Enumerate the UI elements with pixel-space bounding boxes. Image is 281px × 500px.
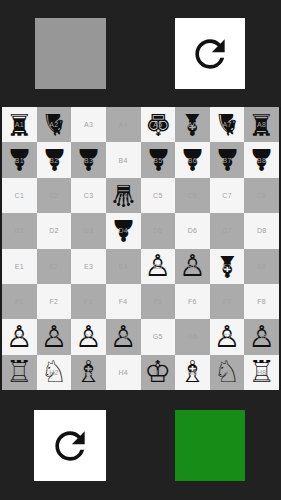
square-label: A3 <box>71 107 106 142</box>
rotate-board-button-top[interactable] <box>175 18 245 89</box>
app-screen: A1♜A2♞A3A4A5♚A6♝A7♞A8♜B1♟B2♟B3♟B4B5♟B6♟B… <box>0 0 281 500</box>
square-d4[interactable]: D4♟ <box>106 213 141 248</box>
black-pawn: ♟ <box>71 142 106 177</box>
square-g4[interactable]: G4♙ <box>106 319 141 354</box>
square-label: G3 <box>71 319 106 354</box>
square-label: H3 <box>71 355 106 390</box>
square-label: A7 <box>210 107 245 142</box>
square-label: C7 <box>210 178 245 213</box>
square-f4[interactable]: F4 <box>106 284 141 319</box>
square-g7[interactable]: G7♙ <box>210 319 245 354</box>
square-label: G8 <box>244 319 279 354</box>
square-label: E6 <box>175 249 210 284</box>
square-h6[interactable]: H6♗ <box>175 355 210 390</box>
square-f3[interactable]: F3 <box>71 284 106 319</box>
black-pawn: ♟ <box>141 142 176 177</box>
square-g5[interactable]: G5 <box>141 319 176 354</box>
rotate-clockwise-icon <box>188 32 232 76</box>
square-h1[interactable]: H1♖ <box>2 355 37 390</box>
square-label: H6 <box>175 355 210 390</box>
white-king: ♔ <box>141 355 176 390</box>
white-pawn: ♙ <box>2 319 37 354</box>
square-label: G2 <box>37 319 72 354</box>
square-label: B1 <box>2 142 37 177</box>
square-b5[interactable]: B5♟ <box>141 142 176 177</box>
black-rook: ♜ <box>244 107 279 142</box>
black-knight: ♞ <box>210 107 245 142</box>
square-label: G6 <box>175 319 210 354</box>
rotate-board-button-bottom[interactable] <box>34 410 106 481</box>
square-label: D5 <box>141 213 176 248</box>
square-label: C5 <box>141 178 176 213</box>
square-label: A4 <box>106 107 141 142</box>
square-label: D4 <box>106 213 141 248</box>
square-label: B2 <box>37 142 72 177</box>
black-pawn: ♟ <box>2 142 37 177</box>
square-label: D2 <box>37 213 72 248</box>
square-label: D7 <box>210 213 245 248</box>
square-d1[interactable]: D1 <box>2 213 37 248</box>
square-b4[interactable]: B4 <box>106 142 141 177</box>
white-bishop: ♗ <box>71 355 106 390</box>
square-label: B8 <box>244 142 279 177</box>
square-label: G1 <box>2 319 37 354</box>
square-c1[interactable]: C1 <box>2 178 37 213</box>
player-color-swatch-green[interactable] <box>175 410 245 481</box>
square-label: B4 <box>106 142 141 177</box>
square-g6[interactable]: G6 <box>175 319 210 354</box>
square-label: F4 <box>106 284 141 319</box>
black-bishop: ♝ <box>175 107 210 142</box>
square-c2[interactable]: C2 <box>37 178 72 213</box>
square-d7[interactable]: D7 <box>210 213 245 248</box>
square-label: G5 <box>141 319 176 354</box>
square-a8[interactable]: A8♜ <box>244 107 279 142</box>
square-c5[interactable]: C5 <box>141 178 176 213</box>
square-g8[interactable]: G8♙ <box>244 319 279 354</box>
white-rook: ♖ <box>2 355 37 390</box>
square-d5[interactable]: D5 <box>141 213 176 248</box>
black-pawn: ♟ <box>210 142 245 177</box>
white-knight: ♘ <box>37 355 72 390</box>
square-label: B7 <box>210 142 245 177</box>
square-e1[interactable]: E1 <box>2 249 37 284</box>
square-b6[interactable]: B6♟ <box>175 142 210 177</box>
black-pawn: ♟ <box>106 213 141 248</box>
black-pawn: ♟ <box>175 142 210 177</box>
square-label: H8 <box>244 355 279 390</box>
square-f2[interactable]: F2 <box>37 284 72 319</box>
black-queen: ♛ <box>106 178 141 213</box>
black-pawn: ♟ <box>37 142 72 177</box>
rotate-clockwise-icon <box>48 424 92 468</box>
square-e4[interactable]: E4 <box>106 249 141 284</box>
square-a4[interactable]: A4 <box>106 107 141 142</box>
square-h2[interactable]: H2♘ <box>37 355 72 390</box>
square-label: F3 <box>71 284 106 319</box>
white-pawn: ♙ <box>71 319 106 354</box>
white-pawn: ♙ <box>244 319 279 354</box>
square-label: F6 <box>175 284 210 319</box>
black-rook: ♜ <box>2 107 37 142</box>
square-label: C8 <box>244 178 279 213</box>
square-label: B6 <box>175 142 210 177</box>
square-label: G4 <box>106 319 141 354</box>
square-label: E8 <box>244 249 279 284</box>
square-h4[interactable]: H4 <box>106 355 141 390</box>
white-pawn: ♙ <box>141 249 176 284</box>
square-label: B3 <box>71 142 106 177</box>
white-knight: ♘ <box>210 355 245 390</box>
square-label: G7 <box>210 319 245 354</box>
square-e3[interactable]: E3 <box>71 249 106 284</box>
square-label: F5 <box>141 284 176 319</box>
black-bishop: ♝ <box>210 249 245 284</box>
square-label: B5 <box>141 142 176 177</box>
square-label: A8 <box>244 107 279 142</box>
square-b2[interactable]: B2♟ <box>37 142 72 177</box>
square-d3[interactable]: D3 <box>71 213 106 248</box>
square-label: E2 <box>37 249 72 284</box>
white-pawn: ♙ <box>106 319 141 354</box>
square-e5[interactable]: E5♙ <box>141 249 176 284</box>
square-h3[interactable]: H3♗ <box>71 355 106 390</box>
square-label: C6 <box>175 178 210 213</box>
square-a6[interactable]: A6♝ <box>175 107 210 142</box>
square-label: E5 <box>141 249 176 284</box>
square-h7[interactable]: H7♘ <box>210 355 245 390</box>
square-label: C2 <box>37 178 72 213</box>
square-h8[interactable]: H8♖ <box>244 355 279 390</box>
square-label: F2 <box>37 284 72 319</box>
square-a1[interactable]: A1♜ <box>2 107 37 142</box>
square-a3[interactable]: A3 <box>71 107 106 142</box>
white-pawn: ♙ <box>210 319 245 354</box>
square-label: D3 <box>71 213 106 248</box>
square-f7[interactable]: F7 <box>210 284 245 319</box>
square-e7[interactable]: E7♝ <box>210 249 245 284</box>
square-g1[interactable]: G1♙ <box>2 319 37 354</box>
square-c4[interactable]: C4♛ <box>106 178 141 213</box>
square-label: C3 <box>71 178 106 213</box>
square-label: F8 <box>244 284 279 319</box>
square-b8[interactable]: B8♟ <box>244 142 279 177</box>
square-h5[interactable]: H5♔ <box>141 355 176 390</box>
square-f8[interactable]: F8 <box>244 284 279 319</box>
white-bishop: ♗ <box>175 355 210 390</box>
square-a2[interactable]: A2♞ <box>37 107 72 142</box>
black-king: ♚ <box>141 107 176 142</box>
square-label: F7 <box>210 284 245 319</box>
square-c6[interactable]: C6 <box>175 178 210 213</box>
square-label: A6 <box>175 107 210 142</box>
square-label: D1 <box>2 213 37 248</box>
square-c3[interactable]: C3 <box>71 178 106 213</box>
square-label: A2 <box>37 107 72 142</box>
square-e8[interactable]: E8 <box>244 249 279 284</box>
square-label: A5 <box>141 107 176 142</box>
square-label: F1 <box>2 284 37 319</box>
square-g3[interactable]: G3♙ <box>71 319 106 354</box>
square-label: D8 <box>244 213 279 248</box>
square-label: H4 <box>106 355 141 390</box>
square-label: E1 <box>2 249 37 284</box>
square-label: H7 <box>210 355 245 390</box>
square-f6[interactable]: F6 <box>175 284 210 319</box>
square-f5[interactable]: F5 <box>141 284 176 319</box>
black-knight: ♞ <box>37 107 72 142</box>
square-d2[interactable]: D2 <box>37 213 72 248</box>
square-d8[interactable]: D8 <box>244 213 279 248</box>
square-b1[interactable]: B1♟ <box>2 142 37 177</box>
chess-board: A1♜A2♞A3A4A5♚A6♝A7♞A8♜B1♟B2♟B3♟B4B5♟B6♟B… <box>0 107 281 390</box>
square-label: E4 <box>106 249 141 284</box>
square-label: H5 <box>141 355 176 390</box>
black-pawn: ♟ <box>244 142 279 177</box>
square-label: A1 <box>2 107 37 142</box>
white-pawn: ♙ <box>175 249 210 284</box>
white-pawn: ♙ <box>37 319 72 354</box>
square-b7[interactable]: B7♟ <box>210 142 245 177</box>
square-c8[interactable]: C8 <box>244 178 279 213</box>
square-c7[interactable]: C7 <box>210 178 245 213</box>
square-label: E7 <box>210 249 245 284</box>
square-e6[interactable]: E6♙ <box>175 249 210 284</box>
square-label: D6 <box>175 213 210 248</box>
white-rook: ♖ <box>244 355 279 390</box>
square-a5[interactable]: A5♚ <box>141 107 176 142</box>
square-e2[interactable]: E2 <box>37 249 72 284</box>
square-b3[interactable]: B3♟ <box>71 142 106 177</box>
square-label: H2 <box>37 355 72 390</box>
square-label: E3 <box>71 249 106 284</box>
player-color-swatch-gray[interactable] <box>35 18 106 89</box>
square-label: C1 <box>2 178 37 213</box>
square-f1[interactable]: F1 <box>2 284 37 319</box>
square-a7[interactable]: A7♞ <box>210 107 245 142</box>
square-d6[interactable]: D6 <box>175 213 210 248</box>
square-g2[interactable]: G2♙ <box>37 319 72 354</box>
square-label: H1 <box>2 355 37 390</box>
square-label: C4 <box>106 178 141 213</box>
